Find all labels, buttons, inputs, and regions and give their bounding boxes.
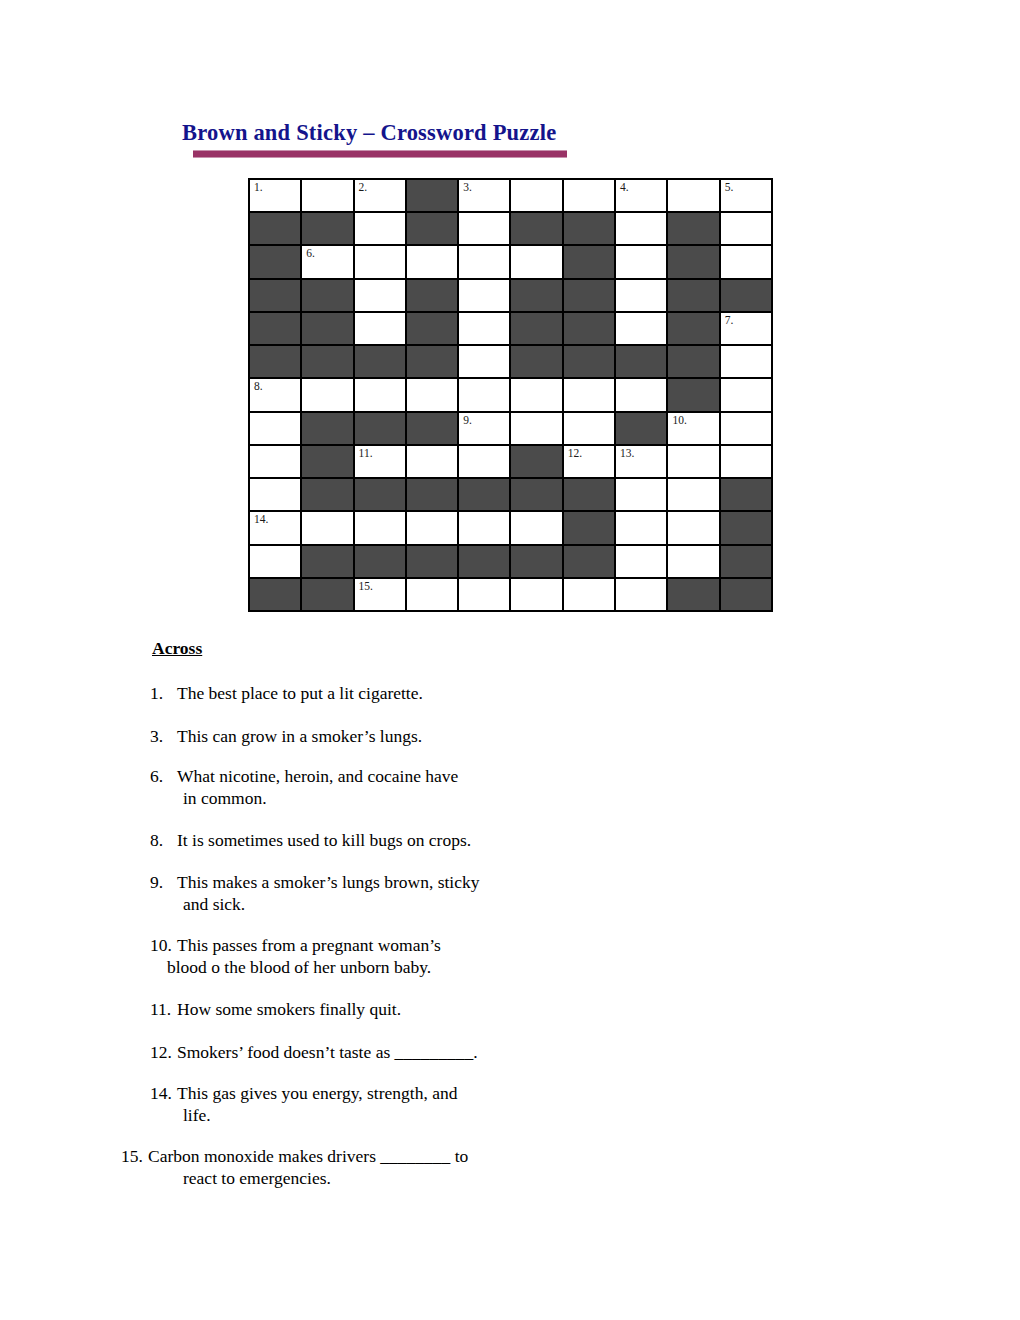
across-clue-1: 1.The best place to put a lit cigarette. [150, 683, 423, 705]
block-cell [511, 546, 561, 577]
open-cell[interactable] [616, 280, 666, 311]
across-clue-10: 10.This passes from a pregnant woman’s b… [150, 935, 441, 978]
block-cell [721, 579, 771, 610]
open-cell[interactable] [459, 379, 509, 410]
grid-clue-number: 12. [568, 447, 582, 459]
clue-text: This passes from a pregnant woman’s [177, 935, 441, 955]
open-cell[interactable] [511, 413, 561, 444]
clue-text-continuation: react to emergencies. [121, 1168, 468, 1190]
across-heading: Across [152, 638, 202, 659]
block-cell [407, 546, 457, 577]
block-cell [668, 213, 718, 244]
grid-clue-number: 4. [620, 181, 629, 193]
block-cell [407, 180, 457, 211]
open-cell[interactable]: 12. [564, 446, 614, 477]
block-cell [511, 346, 561, 377]
open-cell[interactable] [511, 579, 561, 610]
clue-text: Smokers’ food doesn’t taste as _________… [177, 1042, 478, 1062]
open-cell[interactable]: 9. [459, 413, 509, 444]
clue-text: How some smokers finally quit. [177, 999, 401, 1019]
block-cell [721, 546, 771, 577]
open-cell[interactable] [355, 213, 405, 244]
block-cell [302, 579, 352, 610]
block-cell [668, 346, 718, 377]
grid-clue-number: 6. [306, 247, 315, 259]
across-clue-3: 3.This can grow in a smoker’s lungs. [150, 726, 422, 748]
across-clue-9: 9.This makes a smoker’s lungs brown, sti… [150, 872, 480, 915]
block-cell [511, 446, 561, 477]
block-cell [355, 479, 405, 510]
clue-text: Carbon monoxide makes drivers ________ t… [148, 1146, 468, 1166]
open-cell[interactable]: 13. [616, 446, 666, 477]
open-cell[interactable] [459, 346, 509, 377]
open-cell[interactable] [250, 546, 300, 577]
block-cell [250, 280, 300, 311]
block-cell [250, 213, 300, 244]
open-cell[interactable] [459, 512, 509, 543]
block-cell [564, 346, 614, 377]
block-cell [511, 213, 561, 244]
open-cell[interactable] [302, 180, 352, 211]
clue-number-label: 9. [150, 872, 177, 894]
open-cell[interactable] [564, 579, 614, 610]
open-cell[interactable] [721, 413, 771, 444]
open-cell[interactable] [721, 379, 771, 410]
block-cell [302, 280, 352, 311]
open-cell[interactable] [668, 180, 718, 211]
block-cell [302, 313, 352, 344]
block-cell [250, 346, 300, 377]
grid-clue-number: 2. [359, 181, 368, 193]
block-cell [616, 413, 666, 444]
block-cell [616, 346, 666, 377]
block-cell [407, 346, 457, 377]
open-cell[interactable] [355, 246, 405, 277]
block-cell [721, 280, 771, 311]
title-underline-bar [193, 150, 567, 158]
open-cell[interactable]: 7. [721, 313, 771, 344]
open-cell[interactable] [668, 546, 718, 577]
block-cell [564, 313, 614, 344]
open-cell[interactable] [407, 579, 457, 610]
block-cell [459, 479, 509, 510]
block-cell [511, 479, 561, 510]
open-cell[interactable]: 5. [721, 180, 771, 211]
open-cell[interactable] [511, 180, 561, 211]
open-cell[interactable] [616, 213, 666, 244]
across-clue-6: 6.What nicotine, heroin, and cocaine hav… [150, 766, 458, 809]
open-cell[interactable] [407, 446, 457, 477]
open-cell[interactable] [668, 479, 718, 510]
block-cell [564, 280, 614, 311]
open-cell[interactable] [616, 512, 666, 543]
clue-text: It is sometimes used to kill bugs on cro… [177, 830, 471, 850]
block-cell [302, 346, 352, 377]
clue-number-label: 15. [121, 1146, 148, 1168]
open-cell[interactable] [721, 213, 771, 244]
open-cell[interactable] [616, 313, 666, 344]
clue-number-label: 8. [150, 830, 177, 852]
page-title: Brown and Sticky – Crossword Puzzle [182, 120, 556, 146]
open-cell[interactable] [721, 346, 771, 377]
clue-number-label: 10. [150, 935, 177, 957]
open-cell[interactable] [511, 379, 561, 410]
block-cell [668, 246, 718, 277]
block-cell [302, 213, 352, 244]
open-cell[interactable] [355, 379, 405, 410]
open-cell[interactable] [668, 512, 718, 543]
block-cell [407, 213, 457, 244]
clue-number-label: 14. [150, 1083, 177, 1105]
clue-text: This gas gives you energy, strength, and [177, 1083, 457, 1103]
grid-clue-number: 7. [725, 314, 734, 326]
block-cell [511, 313, 561, 344]
open-cell[interactable] [564, 413, 614, 444]
block-cell [355, 546, 405, 577]
across-clue-15: 15.Carbon monoxide makes drivers _______… [121, 1146, 468, 1189]
block-cell [564, 213, 614, 244]
block-cell [407, 313, 457, 344]
across-clue-11: 11.How some smokers finally quit. [150, 999, 401, 1021]
open-cell[interactable]: 11. [355, 446, 405, 477]
open-cell[interactable]: 6. [302, 246, 352, 277]
crossword-grid: 1.2.3.4.5.6.7.8.9.10.11.12.13.14.15. [248, 178, 773, 612]
open-cell[interactable] [355, 280, 405, 311]
clue-text-continuation: blood o the blood of her unborn baby. [150, 957, 441, 979]
clue-text: What nicotine, heroin, and cocaine have [177, 766, 458, 786]
block-cell [564, 512, 614, 543]
block-cell [668, 280, 718, 311]
open-cell[interactable] [407, 512, 457, 543]
open-cell[interactable] [355, 512, 405, 543]
clue-text: The best place to put a lit cigarette. [177, 683, 423, 703]
open-cell[interactable] [302, 379, 352, 410]
open-cell[interactable] [407, 246, 457, 277]
clue-number-label: 3. [150, 726, 177, 748]
open-cell[interactable] [459, 280, 509, 311]
grid-clue-number: 11. [359, 447, 373, 459]
block-cell [250, 313, 300, 344]
open-cell[interactable] [616, 579, 666, 610]
block-cell [564, 546, 614, 577]
open-cell[interactable] [616, 546, 666, 577]
block-cell [564, 246, 614, 277]
clue-text: This makes a smoker’s lungs brown, stick… [177, 872, 480, 892]
block-cell [668, 313, 718, 344]
open-cell[interactable] [459, 446, 509, 477]
block-cell [459, 546, 509, 577]
open-cell[interactable]: 2. [355, 180, 405, 211]
block-cell [511, 280, 561, 311]
clue-text-continuation: life. [150, 1105, 457, 1127]
block-cell [407, 413, 457, 444]
block-cell [407, 479, 457, 510]
grid-clue-number: 14. [254, 513, 268, 525]
grid-clue-number: 8. [254, 380, 263, 392]
block-cell [302, 446, 352, 477]
clue-number-label: 11. [150, 999, 177, 1021]
block-cell [302, 413, 352, 444]
open-cell[interactable]: 4. [616, 180, 666, 211]
block-cell [721, 512, 771, 543]
block-cell [355, 346, 405, 377]
clue-number-label: 12. [150, 1042, 177, 1064]
open-cell[interactable] [459, 246, 509, 277]
open-cell[interactable] [250, 479, 300, 510]
clue-text-continuation: and sick. [150, 894, 480, 916]
open-cell[interactable] [302, 512, 352, 543]
grid-clue-number: 15. [359, 580, 373, 592]
open-cell[interactable] [459, 213, 509, 244]
open-cell[interactable] [511, 512, 561, 543]
block-cell [302, 479, 352, 510]
block-cell [721, 479, 771, 510]
block-cell [302, 546, 352, 577]
open-cell[interactable]: 1. [250, 180, 300, 211]
clue-number-label: 1. [150, 683, 177, 705]
grid-clue-number: 10. [672, 414, 686, 426]
open-cell[interactable] [668, 446, 718, 477]
across-clue-12: 12.Smokers’ food doesn’t taste as ______… [150, 1042, 478, 1064]
block-cell [250, 246, 300, 277]
open-cell[interactable] [407, 379, 457, 410]
across-clue-14: 14.This gas gives you energy, strength, … [150, 1083, 457, 1126]
open-cell[interactable] [459, 313, 509, 344]
open-cell[interactable]: 3. [459, 180, 509, 211]
open-cell[interactable] [459, 579, 509, 610]
block-cell [668, 579, 718, 610]
open-cell[interactable] [616, 379, 666, 410]
clue-text: This can grow in a smoker’s lungs. [177, 726, 422, 746]
open-cell[interactable] [564, 379, 614, 410]
open-cell[interactable] [511, 246, 561, 277]
clue-text-continuation: in common. [150, 788, 458, 810]
block-cell [407, 280, 457, 311]
block-cell [355, 413, 405, 444]
grid-clue-number: 5. [725, 181, 734, 193]
clue-number-label: 6. [150, 766, 177, 788]
open-cell[interactable] [355, 313, 405, 344]
open-cell[interactable] [250, 446, 300, 477]
open-cell[interactable] [564, 180, 614, 211]
open-cell[interactable]: 15. [355, 579, 405, 610]
block-cell [250, 579, 300, 610]
grid-clue-number: 13. [620, 447, 634, 459]
grid-clue-number: 9. [463, 414, 472, 426]
open-cell[interactable]: 8. [250, 379, 300, 410]
grid-clue-number: 1. [254, 181, 263, 193]
open-cell[interactable]: 14. [250, 512, 300, 543]
open-cell[interactable] [721, 446, 771, 477]
grid-clue-number: 3. [463, 181, 472, 193]
block-cell [564, 479, 614, 510]
block-cell [668, 379, 718, 410]
open-cell[interactable] [721, 246, 771, 277]
open-cell[interactable]: 10. [668, 413, 718, 444]
open-cell[interactable] [616, 479, 666, 510]
open-cell[interactable] [616, 246, 666, 277]
open-cell[interactable] [250, 413, 300, 444]
across-clue-8: 8.It is sometimes used to kill bugs on c… [150, 830, 471, 852]
